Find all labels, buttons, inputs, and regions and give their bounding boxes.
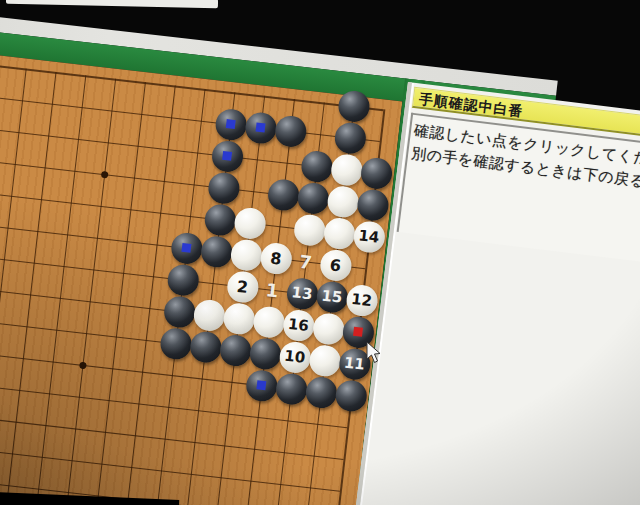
stone-white[interactable]: 6 bbox=[318, 248, 352, 282]
move-number: 8 bbox=[259, 241, 293, 275]
move-number: 15 bbox=[315, 279, 349, 313]
blue-square-marker bbox=[181, 243, 191, 253]
mouse-cursor bbox=[366, 341, 383, 370]
instruction-box: 確認したい点をクリックしてください。 別の手を確認するときは下の戻るボタン bbox=[397, 113, 640, 274]
move-number: 13 bbox=[285, 276, 319, 310]
stone-white[interactable]: 16 bbox=[281, 308, 315, 342]
stone-black[interactable]: 15 bbox=[315, 279, 349, 313]
blue-square-marker bbox=[256, 380, 266, 390]
move-number: 12 bbox=[344, 283, 378, 317]
move-number: 14 bbox=[352, 219, 386, 253]
captured-move-number[interactable]: 7 bbox=[289, 244, 323, 278]
stone-black[interactable]: 13 bbox=[285, 276, 319, 310]
move-number: 2 bbox=[225, 269, 259, 303]
stone-white[interactable]: 2 bbox=[225, 269, 259, 303]
stone-white[interactable]: 10 bbox=[278, 340, 312, 374]
move-number: 10 bbox=[278, 340, 312, 374]
blue-square-marker bbox=[226, 119, 236, 129]
red-square-marker bbox=[353, 327, 363, 337]
photo-top-glare bbox=[6, 0, 218, 8]
stone-white[interactable]: 12 bbox=[344, 283, 378, 317]
move-number: 6 bbox=[318, 248, 352, 282]
stone-white[interactable]: 14 bbox=[352, 219, 386, 253]
blue-square-marker bbox=[222, 151, 232, 161]
move-number: 16 bbox=[281, 308, 315, 342]
captured-move-number[interactable]: 1 bbox=[255, 273, 289, 307]
blue-square-marker bbox=[256, 123, 266, 133]
stone-white[interactable]: 8 bbox=[259, 241, 293, 275]
screen-photo: 1486213151216101117 手順確認中白番 確認したい点をクリックし… bbox=[0, 0, 640, 505]
